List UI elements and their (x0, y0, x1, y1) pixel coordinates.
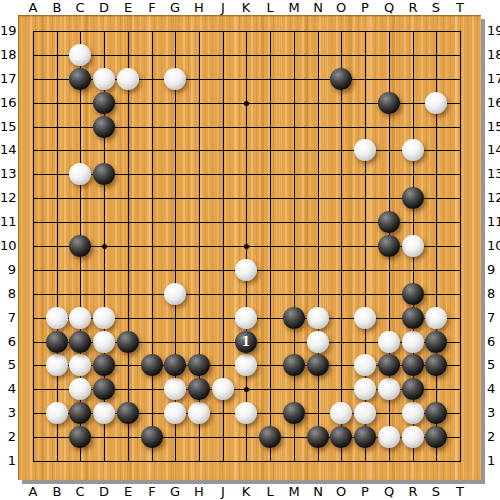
col-label-top-E: E (120, 2, 136, 14)
stone-black-K6: 1 (235, 331, 257, 353)
col-label-bottom-O: O (333, 486, 349, 498)
stone-black-D13 (93, 163, 115, 185)
col-label-bottom-D: D (96, 486, 112, 498)
col-label-top-S: S (428, 2, 444, 14)
grid-line-vertical (460, 31, 461, 462)
stone-white-E17 (117, 68, 139, 90)
stone-white-D17 (93, 68, 115, 90)
col-label-top-R: R (405, 2, 421, 14)
row-label-right-6: 6 (487, 336, 500, 348)
grid-line-vertical (270, 31, 271, 462)
col-label-bottom-H: H (191, 486, 207, 498)
row-label-left-14: 14 (0, 144, 16, 156)
grid-line-vertical (341, 31, 342, 462)
row-label-left-15: 15 (0, 121, 16, 133)
stone-black-Q5 (378, 354, 400, 376)
stone-black-C3 (69, 402, 91, 424)
row-label-left-9: 9 (0, 264, 16, 276)
stone-white-P3 (354, 402, 376, 424)
stone-black-Q16 (378, 92, 400, 114)
row-label-right-16: 16 (487, 97, 500, 109)
stone-black-S6 (425, 331, 447, 353)
stone-black-S5 (425, 354, 447, 376)
stone-white-B3 (46, 402, 68, 424)
stone-black-R5 (402, 354, 424, 376)
row-label-right-19: 19 (487, 25, 500, 37)
stone-white-H3 (188, 402, 210, 424)
row-label-left-11: 11 (0, 216, 16, 228)
row-label-right-12: 12 (487, 192, 500, 204)
col-label-bottom-N: N (310, 486, 326, 498)
stone-black-F2 (141, 426, 163, 448)
stone-black-H5 (188, 354, 210, 376)
col-label-bottom-P: P (357, 486, 373, 498)
grid-line-horizontal (33, 31, 461, 32)
grid-line-horizontal (33, 461, 461, 462)
star-point-K10 (244, 244, 249, 249)
stone-black-E6 (117, 331, 139, 353)
stone-white-D6 (93, 331, 115, 353)
col-label-bottom-S: S (428, 486, 444, 498)
col-label-bottom-B: B (49, 486, 65, 498)
col-label-top-D: D (96, 2, 112, 14)
row-label-right-10: 10 (487, 240, 500, 252)
col-label-top-L: L (262, 2, 278, 14)
stone-white-Q4 (378, 378, 400, 400)
grid-line-vertical (294, 31, 295, 462)
stone-white-C7 (69, 307, 91, 329)
row-label-right-3: 3 (487, 407, 500, 419)
col-label-top-O: O (333, 2, 349, 14)
row-label-right-4: 4 (487, 383, 500, 395)
row-label-right-18: 18 (487, 49, 500, 61)
row-label-right-1: 1 (487, 455, 500, 467)
stone-white-Q6 (378, 331, 400, 353)
stone-white-K7 (235, 307, 257, 329)
col-label-top-J: J (215, 2, 231, 14)
col-label-top-Q: Q (381, 2, 397, 14)
col-label-top-F: F (144, 2, 160, 14)
row-label-left-5: 5 (0, 359, 16, 371)
col-label-bottom-J: J (215, 486, 231, 498)
stone-black-E3 (117, 402, 139, 424)
row-label-left-18: 18 (0, 49, 16, 61)
stone-white-G17 (164, 68, 186, 90)
col-label-bottom-F: F (144, 486, 160, 498)
row-label-left-13: 13 (0, 168, 16, 180)
stone-black-R8 (402, 283, 424, 305)
stone-black-D5 (93, 354, 115, 376)
stone-white-S7 (425, 307, 447, 329)
stone-black-C10 (69, 235, 91, 257)
stone-white-C4 (69, 378, 91, 400)
grid-line-horizontal (33, 55, 461, 56)
star-point-K4 (244, 387, 249, 392)
stone-black-G5 (164, 354, 186, 376)
stone-white-D7 (93, 307, 115, 329)
row-label-right-13: 13 (487, 168, 500, 180)
stone-black-S3 (425, 402, 447, 424)
stone-black-R4 (402, 378, 424, 400)
stone-black-D16 (93, 92, 115, 114)
row-label-left-17: 17 (0, 73, 16, 85)
row-label-left-19: 19 (0, 25, 16, 37)
col-label-bottom-Q: Q (381, 486, 397, 498)
stone-black-M3 (283, 402, 305, 424)
col-label-bottom-T: T (452, 486, 468, 498)
col-label-bottom-C: C (72, 486, 88, 498)
stone-white-N7 (307, 307, 329, 329)
stone-black-Q11 (378, 211, 400, 233)
row-label-right-14: 14 (487, 144, 500, 156)
stone-black-C2 (69, 426, 91, 448)
stone-white-R6 (402, 331, 424, 353)
stone-white-S16 (425, 92, 447, 114)
row-label-right-2: 2 (487, 431, 500, 443)
stone-black-M5 (283, 354, 305, 376)
col-label-bottom-G: G (167, 486, 183, 498)
stone-white-K9 (235, 259, 257, 281)
stone-black-R7 (402, 307, 424, 329)
col-label-bottom-M: M (286, 486, 302, 498)
row-label-left-1: 1 (0, 455, 16, 467)
col-label-top-M: M (286, 2, 302, 14)
col-label-top-G: G (167, 2, 183, 14)
row-label-left-2: 2 (0, 431, 16, 443)
stone-white-Q2 (378, 426, 400, 448)
row-label-right-17: 17 (487, 73, 500, 85)
row-label-left-3: 3 (0, 407, 16, 419)
stone-white-D3 (93, 402, 115, 424)
stone-white-O3 (330, 402, 352, 424)
stone-black-F5 (141, 354, 163, 376)
stone-black-M7 (283, 307, 305, 329)
stone-white-B7 (46, 307, 68, 329)
stone-white-K3 (235, 402, 257, 424)
row-label-left-4: 4 (0, 383, 16, 395)
stone-white-R14 (402, 139, 424, 161)
go-board[interactable]: 1 (18, 15, 481, 480)
row-label-right-11: 11 (487, 216, 500, 228)
row-label-right-5: 5 (487, 359, 500, 371)
stone-black-P2 (354, 426, 376, 448)
stone-white-P4 (354, 378, 376, 400)
stone-black-B6 (46, 331, 68, 353)
stone-white-G4 (164, 378, 186, 400)
stone-white-K5 (235, 354, 257, 376)
stone-white-J4 (212, 378, 234, 400)
row-label-left-10: 10 (0, 240, 16, 252)
col-label-bottom-K: K (238, 486, 254, 498)
stone-white-R3 (402, 402, 424, 424)
go-app-window: 1 AABBCCDDEEFFGGHHJJKKLLMMNNOOPPQQRRSSTT… (0, 0, 500, 500)
stone-white-R2 (402, 426, 424, 448)
star-point-D10 (102, 244, 107, 249)
stone-black-D15 (93, 116, 115, 138)
stone-white-C18 (69, 44, 91, 66)
row-label-right-8: 8 (487, 288, 500, 300)
star-point-K16 (244, 101, 249, 106)
stone-black-D4 (93, 378, 115, 400)
stone-white-G3 (164, 402, 186, 424)
grid-line-horizontal (33, 294, 461, 295)
stone-white-R10 (402, 235, 424, 257)
col-label-top-K: K (238, 2, 254, 14)
row-label-left-7: 7 (0, 312, 16, 324)
stone-black-C6 (69, 331, 91, 353)
col-label-top-T: T (452, 2, 468, 14)
col-label-bottom-E: E (120, 486, 136, 498)
row-label-right-7: 7 (487, 312, 500, 324)
stone-black-L2 (259, 426, 281, 448)
grid-line-horizontal (33, 150, 461, 151)
stone-white-B5 (46, 354, 68, 376)
stone-black-C17 (69, 68, 91, 90)
row-label-left-12: 12 (0, 192, 16, 204)
stone-white-P7 (354, 307, 376, 329)
stone-black-Q10 (378, 235, 400, 257)
row-label-right-15: 15 (487, 121, 500, 133)
grid-line-vertical (318, 31, 319, 462)
grid-line-horizontal (33, 198, 461, 199)
row-label-right-9: 9 (487, 264, 500, 276)
col-label-top-A: A (25, 2, 41, 14)
stone-black-S2 (425, 426, 447, 448)
col-label-top-B: B (49, 2, 65, 14)
stone-white-C13 (69, 163, 91, 185)
stone-white-P14 (354, 139, 376, 161)
col-label-bottom-R: R (405, 486, 421, 498)
row-label-left-16: 16 (0, 97, 16, 109)
col-label-top-C: C (72, 2, 88, 14)
stone-white-N6 (307, 331, 329, 353)
stone-white-C5 (69, 354, 91, 376)
stone-black-N2 (307, 426, 329, 448)
col-label-bottom-L: L (262, 486, 278, 498)
stone-black-H4 (188, 378, 210, 400)
stone-black-O17 (330, 68, 352, 90)
row-label-left-6: 6 (0, 336, 16, 348)
col-label-bottom-A: A (25, 486, 41, 498)
stone-black-O2 (330, 426, 352, 448)
row-label-left-8: 8 (0, 288, 16, 300)
move-number-label: 1 (242, 336, 250, 348)
stone-white-G8 (164, 283, 186, 305)
stone-white-P5 (354, 354, 376, 376)
col-label-top-H: H (191, 2, 207, 14)
stone-black-R12 (402, 187, 424, 209)
col-label-top-P: P (357, 2, 373, 14)
stone-black-N5 (307, 354, 329, 376)
col-label-top-N: N (310, 2, 326, 14)
